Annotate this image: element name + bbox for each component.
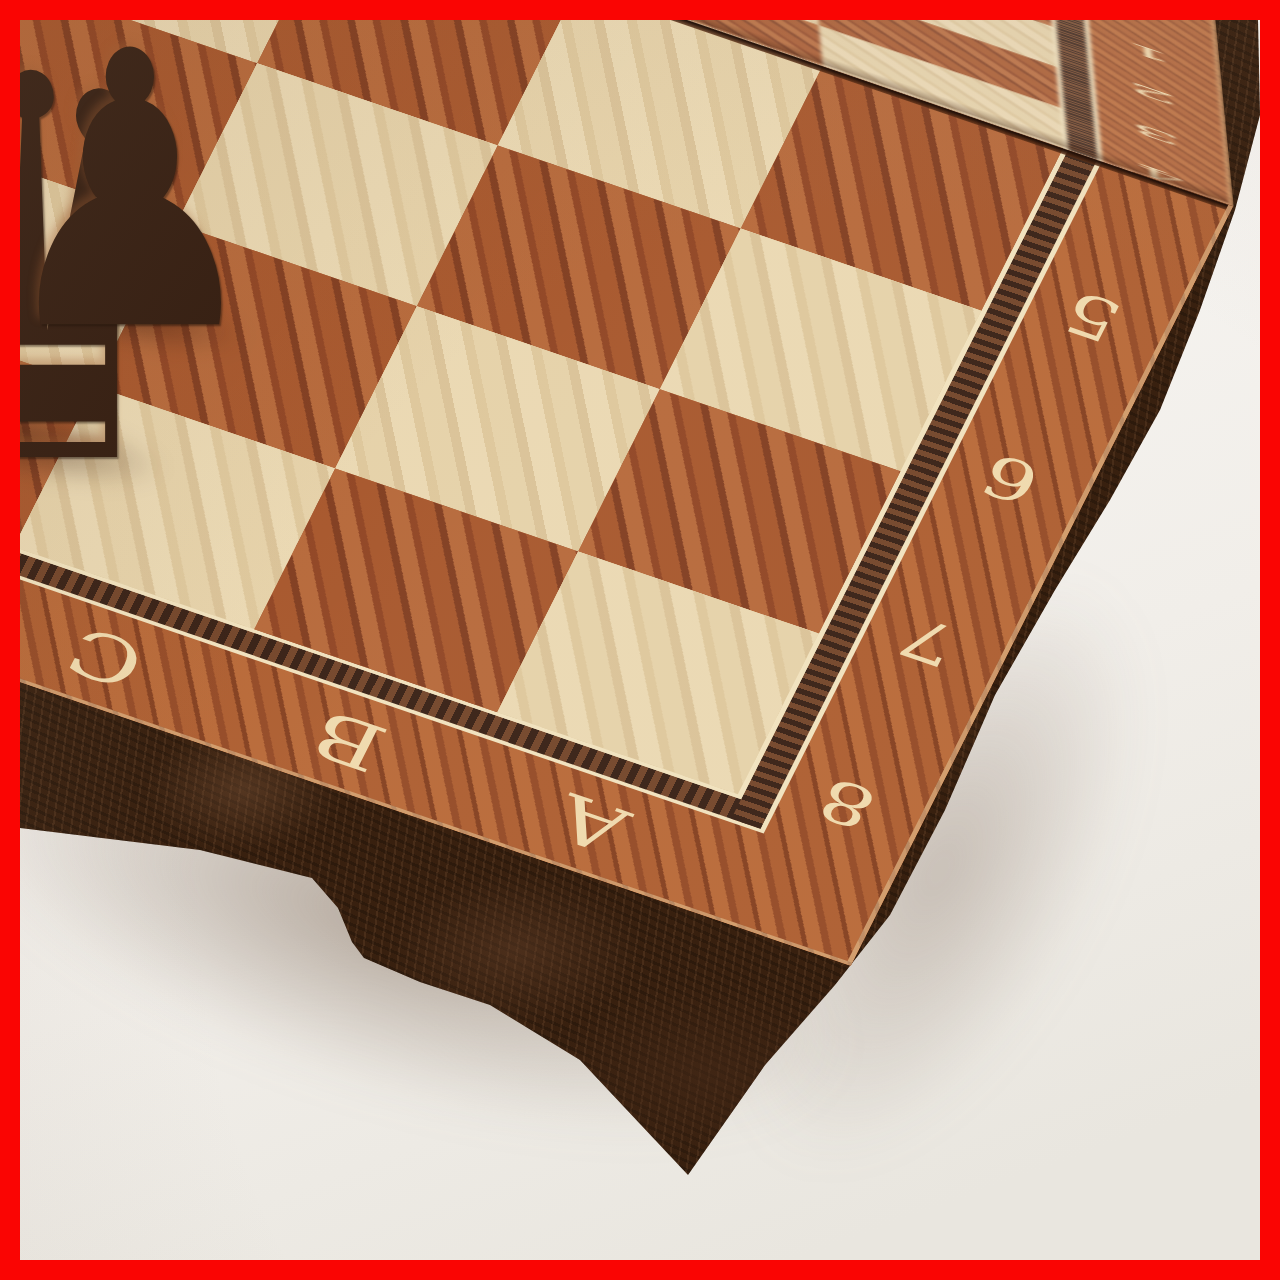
chessboard-photo[interactable]: HGFEDCBA12345678 HGFEDCBA12345678 ♛ ♟ [20, 20, 1260, 1260]
product-photo-frame: HGFEDCBA12345678 HGFEDCBA12345678 ♛ ♟ [0, 0, 1280, 1280]
black-pawn-piece: ♟ [20, 20, 282, 383]
